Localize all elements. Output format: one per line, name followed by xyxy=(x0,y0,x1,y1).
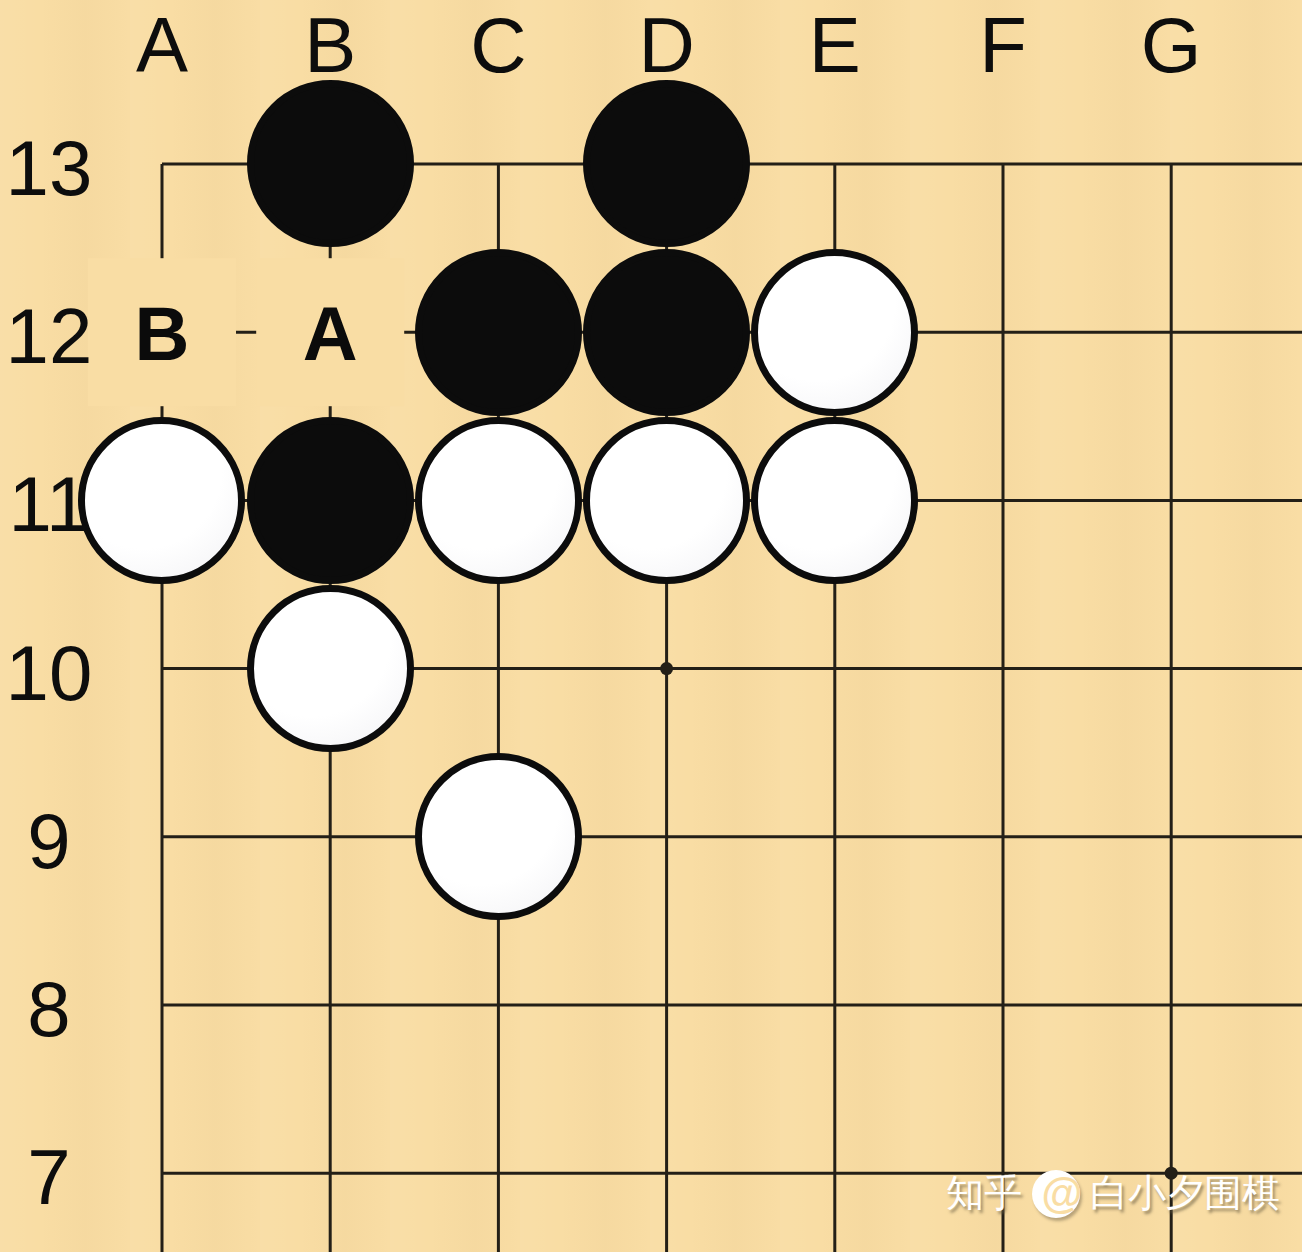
row-label-13: 13 xyxy=(6,129,93,207)
intersection-D13[interactable] xyxy=(582,80,750,248)
intersection-G8[interactable] xyxy=(1087,921,1255,1089)
intersection-B9[interactable] xyxy=(246,753,414,921)
intersection-F12[interactable] xyxy=(919,248,1087,416)
intersection-F11[interactable] xyxy=(919,416,1087,584)
column-label-F: F xyxy=(979,6,1027,84)
intersection-D11[interactable] xyxy=(582,416,750,584)
intersection-B8[interactable] xyxy=(246,921,414,1089)
column-label-C: C xyxy=(470,6,526,84)
intersection-C9[interactable] xyxy=(414,753,582,921)
at-sign-icon: @ xyxy=(1042,1173,1083,1215)
white-stone-D11 xyxy=(583,417,750,584)
intersection-D12[interactable] xyxy=(582,248,750,416)
watermark-site: 知乎 xyxy=(946,1168,1022,1219)
go-board-diagram: BA ABCDEFG13121110987 知乎 @ 白小夕围棋 xyxy=(0,0,1302,1252)
intersection-A9[interactable] xyxy=(78,753,246,921)
black-stone-B13 xyxy=(247,80,414,247)
black-stone-B11 xyxy=(247,417,414,584)
white-stone-C9 xyxy=(415,753,582,920)
intersection-B10[interactable] xyxy=(246,584,414,752)
black-stone-D12 xyxy=(583,249,750,416)
intersection-B7[interactable] xyxy=(246,1089,414,1252)
row-label-9: 9 xyxy=(27,802,70,880)
intersection-G11[interactable] xyxy=(1087,416,1255,584)
intersection-D10[interactable] xyxy=(582,584,750,752)
intersection-B12[interactable]: A xyxy=(246,248,414,416)
intersection-G10[interactable] xyxy=(1087,584,1255,752)
watermark-author: 白小夕围棋 xyxy=(1090,1168,1280,1219)
intersection-C13[interactable] xyxy=(414,80,582,248)
intersection-C10[interactable] xyxy=(414,584,582,752)
intersection-F10[interactable] xyxy=(919,584,1087,752)
intersection-E8[interactable] xyxy=(751,921,919,1089)
black-stone-D13 xyxy=(583,80,750,247)
intersection-D8[interactable] xyxy=(582,921,750,1089)
point-marker-A-at-B12: A xyxy=(303,296,358,372)
intersection-C8[interactable] xyxy=(414,921,582,1089)
column-label-B: B xyxy=(304,6,356,84)
intersection-E12[interactable] xyxy=(751,248,919,416)
row-label-8: 8 xyxy=(27,970,70,1048)
row-label-10: 10 xyxy=(6,634,93,712)
intersection-C12[interactable] xyxy=(414,248,582,416)
intersection-F8[interactable] xyxy=(919,921,1087,1089)
intersection-A8[interactable] xyxy=(78,921,246,1089)
intersection-C11[interactable] xyxy=(414,416,582,584)
white-stone-B10 xyxy=(247,585,414,752)
white-stone-E12 xyxy=(751,249,918,416)
intersection-B11[interactable] xyxy=(246,416,414,584)
intersection-A11[interactable] xyxy=(78,416,246,584)
row-label-12: 12 xyxy=(6,297,93,375)
intersection-G13[interactable] xyxy=(1087,80,1255,248)
intersection-F13[interactable] xyxy=(919,80,1087,248)
column-label-E: E xyxy=(809,6,861,84)
black-stone-C12 xyxy=(415,249,582,416)
white-stone-E11 xyxy=(751,417,918,584)
column-label-A: A xyxy=(136,6,188,84)
intersection-A12[interactable]: B xyxy=(78,248,246,416)
intersection-E11[interactable] xyxy=(751,416,919,584)
go-board: BA xyxy=(78,80,1255,1252)
point-marker-B-at-A12: B xyxy=(135,296,190,372)
row-label-7: 7 xyxy=(27,1138,70,1216)
intersection-F9[interactable] xyxy=(919,753,1087,921)
intersection-E7[interactable] xyxy=(751,1089,919,1252)
intersection-C7[interactable] xyxy=(414,1089,582,1252)
intersection-G12[interactable] xyxy=(1087,248,1255,416)
intersection-B13[interactable] xyxy=(246,80,414,248)
column-label-G: G xyxy=(1141,6,1202,84)
watermark-avatar-icon: @ xyxy=(1032,1170,1080,1218)
intersection-D7[interactable] xyxy=(582,1089,750,1252)
intersection-G9[interactable] xyxy=(1087,753,1255,921)
intersection-E9[interactable] xyxy=(751,753,919,921)
row-label-11: 11 xyxy=(9,465,90,543)
column-label-D: D xyxy=(638,6,694,84)
intersection-A7[interactable] xyxy=(78,1089,246,1252)
watermark: 知乎 @ 白小夕围棋 xyxy=(946,1168,1280,1219)
intersection-A10[interactable] xyxy=(78,584,246,752)
intersection-E13[interactable] xyxy=(751,80,919,248)
white-stone-C11 xyxy=(415,417,582,584)
intersection-D9[interactable] xyxy=(582,753,750,921)
white-stone-A11 xyxy=(78,417,245,584)
intersection-E10[interactable] xyxy=(751,584,919,752)
intersection-A13[interactable] xyxy=(78,80,246,248)
